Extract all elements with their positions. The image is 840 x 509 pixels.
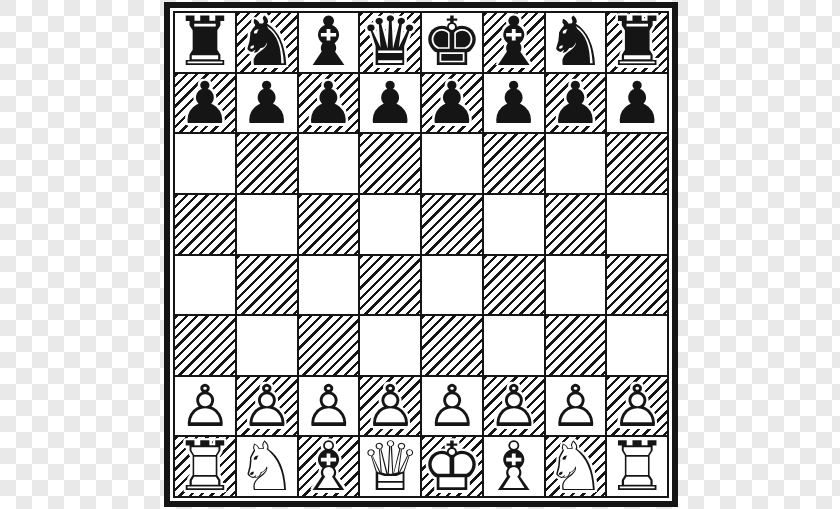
square-g7[interactable]: ♟♟ (546, 74, 606, 133)
black-bishop-glyph: ♝ (299, 13, 359, 72)
white-king[interactable]: ♚♔ (422, 437, 482, 496)
white-pawn-glyph: ♙ (241, 377, 293, 435)
white-pawn[interactable]: ♟♙ (302, 377, 354, 435)
square-h5[interactable] (607, 195, 667, 254)
square-c5[interactable] (299, 195, 359, 254)
white-pawn[interactable]: ♟♙ (179, 377, 231, 435)
square-e3[interactable] (422, 316, 482, 375)
black-queen-glyph: ♛ (360, 13, 420, 72)
white-bishop-glyph: ♗ (484, 437, 544, 496)
square-a6[interactable] (175, 134, 235, 193)
white-pawn[interactable]: ♟♙ (488, 377, 540, 435)
white-pawn[interactable]: ♟♙ (241, 377, 293, 435)
square-h4[interactable] (607, 256, 667, 315)
black-pawn-glyph: ♟ (549, 74, 601, 132)
square-e5[interactable] (422, 195, 482, 254)
black-pawn-glyph: ♟ (179, 74, 231, 132)
square-a4[interactable] (175, 256, 235, 315)
black-rook[interactable]: ♜♜ (607, 13, 667, 72)
square-f6[interactable] (484, 134, 544, 193)
white-pawn-glyph: ♙ (426, 377, 478, 435)
white-rook[interactable]: ♜♖ (607, 437, 667, 496)
white-pawn-glyph: ♙ (179, 377, 231, 435)
square-c8[interactable]: ♝♝ (299, 13, 359, 72)
white-pawn[interactable]: ♟♙ (426, 377, 478, 435)
square-d5[interactable] (360, 195, 420, 254)
white-rook-glyph: ♖ (607, 437, 667, 496)
square-b3[interactable] (237, 316, 297, 375)
black-knight-glyph: ♞ (237, 13, 297, 72)
white-pawn[interactable]: ♟♙ (364, 377, 416, 435)
square-f1[interactable]: ♝♗ (484, 437, 544, 496)
black-king[interactable]: ♚♚ (422, 13, 482, 72)
white-pawn[interactable]: ♟♙ (549, 377, 601, 435)
square-h1[interactable]: ♜♖ (607, 437, 667, 496)
chessboard-grid: ♜♜♞♞♝♝♛♛♚♚♝♝♞♞♜♜♟♟♟♟♟♟♟♟♟♟♟♟♟♟♟♟♟♙♟♙♟♙♟♙… (173, 11, 669, 498)
white-pawn-glyph: ♙ (488, 377, 540, 435)
square-d4[interactable] (360, 256, 420, 315)
black-rook[interactable]: ♜♜ (175, 13, 235, 72)
black-pawn[interactable]: ♟♟ (488, 74, 540, 132)
square-d1[interactable]: ♛♕ (360, 437, 420, 496)
black-king-glyph: ♚ (422, 13, 482, 72)
square-g5[interactable] (546, 195, 606, 254)
black-bishop[interactable]: ♝♝ (484, 13, 544, 72)
square-b2[interactable]: ♟♙ (237, 377, 297, 436)
square-e1[interactable]: ♚♔ (422, 437, 482, 496)
square-a8[interactable]: ♜♜ (175, 13, 235, 72)
square-e4[interactable] (422, 256, 482, 315)
square-h7[interactable]: ♟♟ (607, 74, 667, 133)
square-a1[interactable]: ♜♖ (175, 437, 235, 496)
square-d2[interactable]: ♟♙ (360, 377, 420, 436)
square-g8[interactable]: ♞♞ (546, 13, 606, 72)
square-b8[interactable]: ♞♞ (237, 13, 297, 72)
black-knight[interactable]: ♞♞ (546, 13, 606, 72)
square-d3[interactable] (360, 316, 420, 375)
white-bishop-glyph: ♗ (299, 437, 359, 496)
square-e7[interactable]: ♟♟ (422, 74, 482, 133)
black-bishop[interactable]: ♝♝ (299, 13, 359, 72)
white-queen-glyph: ♕ (360, 437, 420, 496)
white-pawn[interactable]: ♟♙ (611, 377, 663, 435)
white-knight-glyph: ♘ (237, 437, 297, 496)
square-b6[interactable] (237, 134, 297, 193)
black-pawn-glyph: ♟ (488, 74, 540, 132)
black-pawn-glyph: ♟ (426, 74, 478, 132)
square-c4[interactable] (299, 256, 359, 315)
square-g2[interactable]: ♟♙ (546, 377, 606, 436)
white-knight[interactable]: ♞♘ (546, 437, 606, 496)
black-rook-glyph: ♜ (175, 13, 235, 72)
square-a3[interactable] (175, 316, 235, 375)
white-queen[interactable]: ♛♕ (360, 437, 420, 496)
black-pawn-glyph: ♟ (611, 74, 663, 132)
black-knight-glyph: ♞ (546, 13, 606, 72)
black-pawn[interactable]: ♟♟ (611, 74, 663, 132)
square-d7[interactable]: ♟♟ (360, 74, 420, 133)
square-g4[interactable] (546, 256, 606, 315)
square-h6[interactable] (607, 134, 667, 193)
square-g6[interactable] (546, 134, 606, 193)
black-pawn[interactable]: ♟♟ (179, 74, 231, 132)
white-knight[interactable]: ♞♘ (237, 437, 297, 496)
white-pawn-glyph: ♙ (364, 377, 416, 435)
white-pawn-glyph: ♙ (549, 377, 601, 435)
square-e2[interactable]: ♟♙ (422, 377, 482, 436)
square-h8[interactable]: ♜♜ (607, 13, 667, 72)
black-pawn[interactable]: ♟♟ (241, 74, 293, 132)
square-c1[interactable]: ♝♗ (299, 437, 359, 496)
black-pawn-glyph: ♟ (364, 74, 416, 132)
square-c6[interactable] (299, 134, 359, 193)
chessboard: ♜♜♞♞♝♝♛♛♚♚♝♝♞♞♜♜♟♟♟♟♟♟♟♟♟♟♟♟♟♟♟♟♟♙♟♙♟♙♟♙… (164, 2, 678, 507)
square-d6[interactable] (360, 134, 420, 193)
square-f5[interactable] (484, 195, 544, 254)
square-f7[interactable]: ♟♟ (484, 74, 544, 133)
square-f3[interactable] (484, 316, 544, 375)
square-b4[interactable] (237, 256, 297, 315)
black-pawn[interactable]: ♟♟ (302, 74, 354, 132)
square-f4[interactable] (484, 256, 544, 315)
square-a7[interactable]: ♟♟ (175, 74, 235, 133)
square-c2[interactable]: ♟♙ (299, 377, 359, 436)
square-g3[interactable] (546, 316, 606, 375)
square-f2[interactable]: ♟♙ (484, 377, 544, 436)
square-b1[interactable]: ♞♘ (237, 437, 297, 496)
black-pawn[interactable]: ♟♟ (364, 74, 416, 132)
square-b5[interactable] (237, 195, 297, 254)
square-c3[interactable] (299, 316, 359, 375)
white-pawn-glyph: ♙ (611, 377, 663, 435)
black-pawn-glyph: ♟ (241, 74, 293, 132)
transparent-background: ♜♜♞♞♝♝♛♛♚♚♝♝♞♞♜♜♟♟♟♟♟♟♟♟♟♟♟♟♟♟♟♟♟♙♟♙♟♙♟♙… (0, 0, 840, 509)
square-h2[interactable]: ♟♙ (607, 377, 667, 436)
square-e6[interactable] (422, 134, 482, 193)
white-rook-glyph: ♖ (175, 437, 235, 496)
square-g1[interactable]: ♞♘ (546, 437, 606, 496)
black-bishop-glyph: ♝ (484, 13, 544, 72)
square-c7[interactable]: ♟♟ (299, 74, 359, 133)
square-d8[interactable]: ♛♛ (360, 13, 420, 72)
black-pawn-glyph: ♟ (302, 74, 354, 132)
white-king-glyph: ♔ (422, 437, 482, 496)
white-knight-glyph: ♘ (546, 437, 606, 496)
square-e8[interactable]: ♚♚ (422, 13, 482, 72)
white-rook[interactable]: ♜♖ (175, 437, 235, 496)
white-bishop[interactable]: ♝♗ (484, 437, 544, 496)
square-h3[interactable] (607, 316, 667, 375)
square-b7[interactable]: ♟♟ (237, 74, 297, 133)
white-pawn-glyph: ♙ (302, 377, 354, 435)
white-bishop[interactable]: ♝♗ (299, 437, 359, 496)
black-pawn[interactable]: ♟♟ (426, 74, 478, 132)
black-pawn[interactable]: ♟♟ (549, 74, 601, 132)
square-a5[interactable] (175, 195, 235, 254)
square-a2[interactable]: ♟♙ (175, 377, 235, 436)
black-rook-glyph: ♜ (607, 13, 667, 72)
black-knight[interactable]: ♞♞ (237, 13, 297, 72)
black-queen[interactable]: ♛♛ (360, 13, 420, 72)
square-f8[interactable]: ♝♝ (484, 13, 544, 72)
